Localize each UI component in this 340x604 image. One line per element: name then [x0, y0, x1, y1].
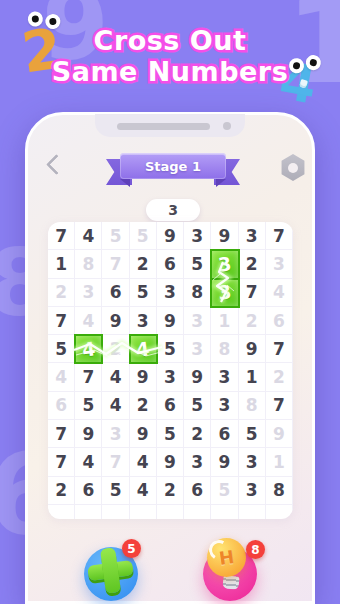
camera-icon — [223, 122, 231, 130]
grid-cell[interactable]: 2 — [130, 392, 157, 420]
speaker-icon — [117, 123, 210, 130]
grid-cell[interactable]: 7 — [48, 420, 75, 448]
grid-cell[interactable]: 5 — [48, 335, 75, 363]
grid-cell[interactable]: 9 — [157, 448, 184, 476]
grid-cell[interactable]: 2 — [157, 477, 184, 505]
grid-cell[interactable]: 2 — [239, 250, 266, 278]
grid-cell[interactable]: 5 — [184, 392, 211, 420]
stage-banner: Stage 1 — [106, 151, 240, 201]
phone-notch — [95, 114, 245, 137]
grid-cell[interactable]: 8 — [266, 477, 293, 505]
grid-cell[interactable]: 9 — [239, 335, 266, 363]
grid-cell: 8 — [211, 335, 238, 363]
grid-cell — [239, 505, 266, 519]
add-numbers-button[interactable]: 5 — [84, 547, 138, 601]
hint-button[interactable]: H 8 — [203, 547, 257, 601]
grid-cell[interactable]: 9 — [130, 363, 157, 391]
lightbulb-icon: H — [207, 538, 246, 577]
grid-cell: 5 — [102, 222, 129, 250]
number-grid: 7455939371872653232365383747493931265424… — [48, 222, 293, 519]
grid-cell[interactable]: 1 — [48, 250, 75, 278]
grid-cell[interactable]: 6 — [211, 420, 238, 448]
title-line-1: Cross Out — [0, 25, 340, 56]
grid-cell[interactable]: 5 — [184, 250, 211, 278]
grid-cell[interactable]: 2 — [48, 477, 75, 505]
grid-cell: 1 — [211, 307, 238, 335]
grid-cell — [102, 505, 129, 519]
grid-cell[interactable]: 4 — [102, 392, 129, 420]
grid-cell: 5 — [211, 477, 238, 505]
grid-cell: 2 — [48, 279, 75, 307]
grid-cell[interactable]: 4 — [130, 448, 157, 476]
grid-cell[interactable]: 6 — [157, 392, 184, 420]
grid-cell[interactable]: 5 — [102, 477, 129, 505]
grid-cell[interactable]: 3 — [211, 250, 238, 278]
hint-letter: H — [218, 546, 236, 569]
grid-cell: 9 — [266, 420, 293, 448]
grid-cell[interactable]: 6 — [102, 279, 129, 307]
grid-cell: 6 — [266, 307, 293, 335]
settings-nut-icon[interactable] — [280, 154, 306, 181]
lightbulb-base — [222, 575, 239, 590]
grid-cell: 2 — [266, 363, 293, 391]
grid-cell[interactable]: 3 — [130, 307, 157, 335]
grid-cell[interactable]: 8 — [184, 279, 211, 307]
grid-cell[interactable]: 3 — [239, 222, 266, 250]
back-chevron-icon[interactable] — [46, 154, 67, 175]
grid-cell — [130, 505, 157, 519]
grid-cell: 5 — [130, 222, 157, 250]
target-number-pill: 3 — [146, 199, 200, 221]
grid-cell[interactable]: 4 — [75, 222, 102, 250]
grid-cell — [75, 505, 102, 519]
grid-cell[interactable]: 5 — [157, 420, 184, 448]
grid-cell: 4 — [75, 307, 102, 335]
grid-cell[interactable]: 3 — [239, 477, 266, 505]
grid-cell[interactable]: 3 — [239, 448, 266, 476]
title-line-2: Same Numbers — [0, 56, 340, 87]
grid-cell[interactable]: 7 — [48, 448, 75, 476]
stage-label: Stage 1 — [120, 153, 226, 179]
grid-cell[interactable]: 3 — [157, 279, 184, 307]
grid-cell[interactable]: 3 — [184, 222, 211, 250]
grid-cell[interactable]: 9 — [157, 307, 184, 335]
grid-cell[interactable]: 7 — [48, 222, 75, 250]
grid-cell — [211, 505, 238, 519]
grid-cell: 3 — [75, 279, 102, 307]
game-screenshot: 9 1 8 6 2 4 Cross Out Same Numbers Stage… — [0, 0, 340, 604]
grid-cell[interactable]: 7 — [266, 392, 293, 420]
grid-cell: 6 — [48, 392, 75, 420]
grid-cell: 8 — [75, 250, 102, 278]
app-title: Cross Out Same Numbers — [0, 25, 340, 87]
grid-cell: 3 — [184, 307, 211, 335]
grid-cell[interactable]: 4 — [75, 335, 102, 363]
grid-cell[interactable]: 7 — [266, 222, 293, 250]
grid-cell: 4 — [48, 363, 75, 391]
grid-cell[interactable]: 2 — [130, 250, 157, 278]
grid-cell[interactable]: 2 — [184, 420, 211, 448]
grid-cell[interactable]: 4 — [102, 363, 129, 391]
grid-cell[interactable]: 7 — [48, 307, 75, 335]
grid-cell: 2 — [102, 335, 129, 363]
nut-hole — [288, 163, 298, 173]
grid-cell[interactable]: 3 — [157, 363, 184, 391]
grid-cell[interactable]: 9 — [184, 363, 211, 391]
grid-cell[interactable]: 9 — [75, 420, 102, 448]
grid-cell[interactable]: 4 — [130, 477, 157, 505]
grid-cell[interactable]: 7 — [266, 335, 293, 363]
grid-cell[interactable]: 9 — [102, 307, 129, 335]
grid-cell[interactable]: 3 — [211, 363, 238, 391]
grid-cell[interactable]: 6 — [75, 477, 102, 505]
grid-cell: 8 — [239, 392, 266, 420]
grid-cell[interactable]: 7 — [239, 279, 266, 307]
hint-count-badge: 8 — [246, 540, 265, 559]
grid-cell[interactable]: 4 — [130, 335, 157, 363]
grid-cell: 4 — [266, 279, 293, 307]
grid-cell[interactable]: 3 — [184, 448, 211, 476]
grid-cell: 7 — [102, 250, 129, 278]
grid-cell: 2 — [239, 307, 266, 335]
grid-cell: 1 — [266, 448, 293, 476]
grid-cell — [184, 505, 211, 519]
grid-cell[interactable]: 7 — [75, 363, 102, 391]
grid-cell: 3 — [102, 420, 129, 448]
grid-cell[interactable]: 9 — [157, 222, 184, 250]
grid-cell[interactable]: 3 — [211, 279, 238, 307]
grid-cell[interactable]: 5 — [157, 335, 184, 363]
grid-cell: 3 — [184, 335, 211, 363]
grid-cell[interactable]: 5 — [75, 392, 102, 420]
grid-cell[interactable]: 5 — [239, 420, 266, 448]
grid-cell[interactable]: 9 — [211, 222, 238, 250]
grid-cell[interactable]: 6 — [157, 250, 184, 278]
grid-cell: 3 — [266, 250, 293, 278]
add-count-badge: 5 — [122, 539, 141, 558]
grid-cell[interactable]: 1 — [239, 363, 266, 391]
grid-cell[interactable]: 9 — [130, 420, 157, 448]
grid-cell — [157, 505, 184, 519]
grid-cell[interactable]: 9 — [211, 448, 238, 476]
grid-cell[interactable]: 6 — [184, 477, 211, 505]
grid-cell[interactable]: 3 — [211, 392, 238, 420]
grid-cell: 7 — [102, 448, 129, 476]
grid-cell[interactable]: 4 — [75, 448, 102, 476]
grid-cell[interactable]: 5 — [130, 279, 157, 307]
